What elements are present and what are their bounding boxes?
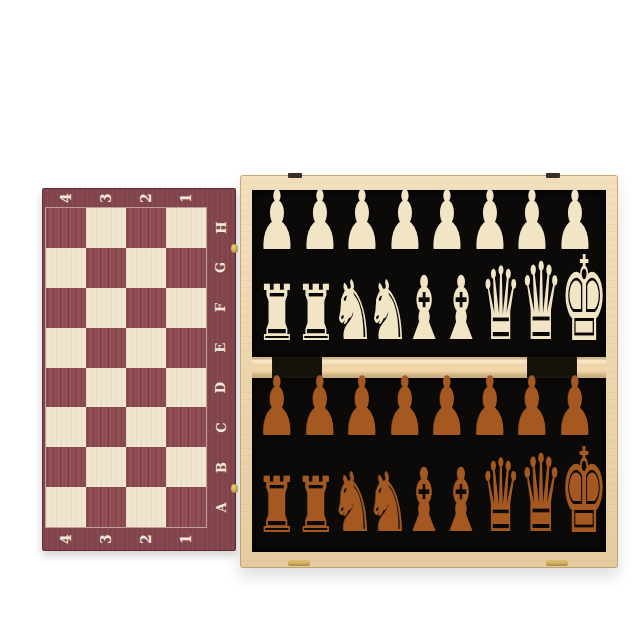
square-e1: [166, 328, 206, 368]
file-label-e: E: [214, 343, 227, 353]
board-hinge-pin-bottom: [231, 484, 238, 493]
rank-label-top-2: 2: [139, 193, 153, 203]
square-f2: [126, 288, 166, 328]
square-c3: [86, 407, 126, 447]
open-chess-box: ♟♟♟♟♟♟♟♟♜♜♞♞♝♝♛♛♚♟♟♟♟♟♟♟♟♜♜♞♞♝♝♛♛♚: [240, 175, 618, 568]
file-label-g: G: [214, 262, 227, 273]
rank-label-bottom-3: 3: [99, 534, 113, 544]
rank-label-bottom-1: 1: [179, 534, 193, 544]
board-rank-labels-top: 4321: [46, 188, 206, 208]
square-f3: [86, 288, 126, 328]
box-hinge-left: [272, 357, 322, 378]
box-latch-bottom-left: [288, 560, 310, 566]
box-clasp-top-left: [288, 173, 302, 178]
file-label-a: A: [215, 502, 228, 512]
square-a3: [86, 487, 126, 527]
square-g2: [126, 248, 166, 288]
board-file-labels: HGFEDCBA: [206, 208, 236, 527]
square-a2: [126, 487, 166, 527]
square-d2: [126, 368, 166, 408]
brown-pieces-tray: [252, 378, 606, 552]
square-g3: [86, 248, 126, 288]
square-b3: [86, 447, 126, 487]
file-label-c: C: [214, 422, 227, 432]
square-g1: [166, 248, 206, 288]
square-f4: [46, 288, 86, 328]
square-d1: [166, 368, 206, 408]
square-b2: [126, 447, 166, 487]
rank-label-top-3: 3: [99, 193, 113, 203]
square-g4: [46, 248, 86, 288]
file-label-h: H: [214, 222, 227, 234]
rank-label-bottom-2: 2: [139, 534, 153, 544]
square-h3: [86, 208, 126, 248]
file-label-d: D: [215, 382, 228, 393]
square-e3: [86, 328, 126, 368]
square-b4: [46, 447, 86, 487]
square-c4: [46, 407, 86, 447]
square-c1: [166, 407, 206, 447]
square-c2: [126, 407, 166, 447]
square-d3: [86, 368, 126, 408]
board-rank-labels-bottom: 4321: [46, 527, 206, 551]
square-f1: [166, 288, 206, 328]
square-a4: [46, 487, 86, 527]
square-h4: [46, 208, 86, 248]
box-clasp-top-right: [546, 173, 560, 178]
product-photo-chess-set: 4321 HGFEDCBA 4321 ♟♟♟♟♟♟♟♟♜♜♞♞♝♝♛♛♚♟♟♟♟…: [0, 0, 640, 640]
square-e2: [126, 328, 166, 368]
square-e4: [46, 328, 86, 368]
white-pieces-tray: [252, 190, 606, 357]
square-b1: [166, 447, 206, 487]
rank-label-top-4: 4: [59, 193, 73, 203]
rank-label-top-1: 1: [179, 193, 193, 203]
rank-label-bottom-4: 4: [59, 534, 73, 544]
box-hinge-right: [527, 357, 577, 378]
file-label-f: F: [214, 303, 227, 312]
box-latch-bottom-right: [546, 560, 568, 566]
square-h2: [126, 208, 166, 248]
file-label-b: B: [215, 462, 228, 473]
folded-chessboard: 4321 HGFEDCBA 4321: [42, 188, 236, 551]
square-a1: [166, 487, 206, 527]
box-fold-bar: [252, 357, 606, 378]
board-hinge-pin-top: [231, 244, 238, 253]
square-h1: [166, 208, 206, 248]
square-d4: [46, 368, 86, 408]
board-grid: [46, 208, 206, 527]
